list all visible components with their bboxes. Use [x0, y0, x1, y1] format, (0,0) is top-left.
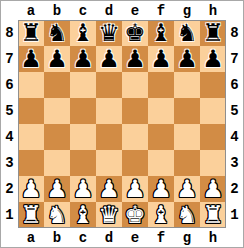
file-label-top-f: f	[148, 1, 174, 20]
square-f8[interactable]: ♝	[148, 20, 174, 46]
rank-label-right-8: 8	[226, 20, 243, 46]
square-h8[interactable]: ♜	[200, 20, 226, 46]
rank-label-left-3: 3	[1, 150, 18, 176]
square-d7[interactable]: ♟	[96, 46, 122, 72]
piece-white-rook-a1[interactable]: ♜	[20, 202, 42, 228]
square-e8[interactable]: ♚	[122, 20, 148, 46]
rank-label-left-2: 2	[1, 176, 18, 202]
corner-bottom-left	[1, 228, 18, 247]
square-a6[interactable]	[18, 72, 44, 98]
piece-white-bishop-f1[interactable]: ♝	[150, 202, 172, 228]
piece-black-bishop-f8[interactable]: ♝	[150, 20, 172, 46]
file-label-bottom-a: a	[18, 228, 44, 247]
square-e5[interactable]	[122, 98, 148, 124]
square-d4[interactable]	[96, 124, 122, 150]
square-e4[interactable]	[122, 124, 148, 150]
square-c6[interactable]	[70, 72, 96, 98]
piece-black-pawn-a7[interactable]: ♟	[20, 46, 42, 72]
rank-label-left-4: 4	[1, 124, 18, 150]
square-e3[interactable]	[122, 150, 148, 176]
square-e1[interactable]: ♚	[122, 202, 148, 228]
piece-white-pawn-g2[interactable]: ♟	[176, 176, 198, 202]
rank-label-right-6: 6	[226, 72, 243, 98]
square-g1[interactable]: ♞	[174, 202, 200, 228]
square-e7[interactable]: ♟	[122, 46, 148, 72]
square-b8[interactable]: ♞	[44, 20, 70, 46]
file-label-top-h: h	[200, 1, 226, 20]
square-d5[interactable]	[96, 98, 122, 124]
file-label-bottom-c: c	[70, 228, 96, 247]
file-label-top-d: d	[96, 1, 122, 20]
piece-white-knight-b1[interactable]: ♞	[46, 202, 68, 228]
piece-black-rook-h8[interactable]: ♜	[202, 20, 224, 46]
square-h2[interactable]: ♟	[200, 176, 226, 202]
chess-board-window: abcdefgh8♜♞♝♛♚♝♞♜87♟♟♟♟♟♟♟♟7665544332♟♟♟…	[0, 0, 244, 248]
file-label-top-g: g	[174, 1, 200, 20]
piece-white-knight-g1[interactable]: ♞	[176, 202, 198, 228]
square-h3[interactable]	[200, 150, 226, 176]
rank-label-right-1: 1	[226, 202, 243, 228]
file-label-bottom-h: h	[200, 228, 226, 247]
square-e6[interactable]	[122, 72, 148, 98]
square-h5[interactable]	[200, 98, 226, 124]
square-a5[interactable]	[18, 98, 44, 124]
piece-white-pawn-a2[interactable]: ♟	[20, 176, 42, 202]
square-c7[interactable]: ♟	[70, 46, 96, 72]
piece-black-pawn-e7[interactable]: ♟	[124, 46, 146, 72]
chess-board-layout: abcdefgh8♜♞♝♛♚♝♞♜87♟♟♟♟♟♟♟♟7665544332♟♟♟…	[1, 1, 243, 247]
square-a8[interactable]: ♜	[18, 20, 44, 46]
piece-black-knight-g8[interactable]: ♞	[176, 20, 198, 46]
file-label-top-b: b	[44, 1, 70, 20]
square-d2[interactable]: ♟	[96, 176, 122, 202]
square-c3[interactable]	[70, 150, 96, 176]
square-b5[interactable]	[44, 98, 70, 124]
square-g2[interactable]: ♟	[174, 176, 200, 202]
piece-white-pawn-d2[interactable]: ♟	[98, 176, 120, 202]
piece-black-king-e8[interactable]: ♚	[124, 20, 146, 46]
piece-white-queen-d1[interactable]: ♛	[98, 202, 120, 228]
piece-white-pawn-e2[interactable]: ♟	[124, 176, 146, 202]
square-b2[interactable]: ♟	[44, 176, 70, 202]
piece-black-pawn-f7[interactable]: ♟	[150, 46, 172, 72]
square-c1[interactable]: ♝	[70, 202, 96, 228]
piece-white-bishop-c1[interactable]: ♝	[72, 202, 94, 228]
piece-black-pawn-c7[interactable]: ♟	[72, 46, 94, 72]
square-a3[interactable]	[18, 150, 44, 176]
piece-black-pawn-b7[interactable]: ♟	[46, 46, 68, 72]
corner-bottom-right	[226, 228, 243, 247]
square-g4[interactable]	[174, 124, 200, 150]
square-b6[interactable]	[44, 72, 70, 98]
piece-black-queen-d8[interactable]: ♛	[98, 20, 120, 46]
rank-label-left-6: 6	[1, 72, 18, 98]
square-g7[interactable]: ♟	[174, 46, 200, 72]
square-h4[interactable]	[200, 124, 226, 150]
square-c4[interactable]	[70, 124, 96, 150]
square-c8[interactable]: ♝	[70, 20, 96, 46]
rank-label-left-1: 1	[1, 202, 18, 228]
square-a4[interactable]	[18, 124, 44, 150]
rank-label-right-2: 2	[226, 176, 243, 202]
file-label-bottom-g: g	[174, 228, 200, 247]
rank-label-left-8: 8	[1, 20, 18, 46]
piece-black-pawn-g7[interactable]: ♟	[176, 46, 198, 72]
piece-white-rook-h1[interactable]: ♜	[202, 202, 224, 228]
rank-label-left-7: 7	[1, 46, 18, 72]
piece-white-pawn-c2[interactable]: ♟	[72, 176, 94, 202]
square-h6[interactable]	[200, 72, 226, 98]
square-g8[interactable]: ♞	[174, 20, 200, 46]
square-d6[interactable]	[96, 72, 122, 98]
square-h7[interactable]: ♟	[200, 46, 226, 72]
square-e2[interactable]: ♟	[122, 176, 148, 202]
square-f7[interactable]: ♟	[148, 46, 174, 72]
piece-white-pawn-f2[interactable]: ♟	[150, 176, 172, 202]
piece-black-pawn-h7[interactable]: ♟	[202, 46, 224, 72]
file-label-bottom-e: e	[122, 228, 148, 247]
square-b3[interactable]	[44, 150, 70, 176]
square-f6[interactable]	[148, 72, 174, 98]
piece-white-king-e1[interactable]: ♚	[124, 202, 146, 228]
square-a1[interactable]: ♜	[18, 202, 44, 228]
piece-black-rook-a8[interactable]: ♜	[20, 20, 42, 46]
file-label-top-a: a	[18, 1, 44, 20]
square-f1[interactable]: ♝	[148, 202, 174, 228]
file-label-top-c: c	[70, 1, 96, 20]
square-f3[interactable]	[148, 150, 174, 176]
square-d1[interactable]: ♛	[96, 202, 122, 228]
piece-white-pawn-b2[interactable]: ♟	[46, 176, 68, 202]
square-f2[interactable]: ♟	[148, 176, 174, 202]
square-b4[interactable]	[44, 124, 70, 150]
rank-label-left-5: 5	[1, 98, 18, 124]
rank-label-right-4: 4	[226, 124, 243, 150]
rank-label-right-3: 3	[226, 150, 243, 176]
square-d3[interactable]	[96, 150, 122, 176]
file-label-bottom-d: d	[96, 228, 122, 247]
file-label-bottom-f: f	[148, 228, 174, 247]
square-b1[interactable]: ♞	[44, 202, 70, 228]
square-g6[interactable]	[174, 72, 200, 98]
square-c5[interactable]	[70, 98, 96, 124]
square-a7[interactable]: ♟	[18, 46, 44, 72]
rank-label-right-7: 7	[226, 46, 243, 72]
square-d8[interactable]: ♛	[96, 20, 122, 46]
square-c2[interactable]: ♟	[70, 176, 96, 202]
square-f4[interactable]	[148, 124, 174, 150]
square-g3[interactable]	[174, 150, 200, 176]
file-label-top-e: e	[122, 1, 148, 20]
piece-black-pawn-d7[interactable]: ♟	[98, 46, 120, 72]
square-f5[interactable]	[148, 98, 174, 124]
rank-label-right-5: 5	[226, 98, 243, 124]
piece-black-knight-b8[interactable]: ♞	[46, 20, 68, 46]
square-h1[interactable]: ♜	[200, 202, 226, 228]
file-label-bottom-b: b	[44, 228, 70, 247]
piece-black-bishop-c8[interactable]: ♝	[72, 20, 94, 46]
piece-white-pawn-h2[interactable]: ♟	[202, 176, 224, 202]
square-a2[interactable]: ♟	[18, 176, 44, 202]
square-g5[interactable]	[174, 98, 200, 124]
corner-top-left	[1, 1, 18, 20]
square-b7[interactable]: ♟	[44, 46, 70, 72]
corner-top-right	[226, 1, 243, 20]
